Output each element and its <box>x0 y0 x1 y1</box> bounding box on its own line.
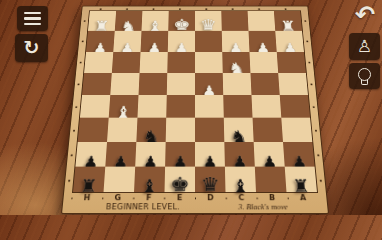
square-b2[interactable]: ♟ <box>249 31 277 52</box>
piece-set-button[interactable]: ♙ <box>349 33 380 60</box>
square-e8[interactable]: ♚ <box>165 166 195 192</box>
file-label-d: D <box>195 193 226 203</box>
board-squares: ♜♞♝♚♛♜♟♟♟♟♟♟♟♞♟♝♞♞♟♟♟♟♟♟♟♟♜♝♚♛♝♜ <box>72 10 318 193</box>
square-h7[interactable]: ♟ <box>75 142 107 167</box>
square-d7[interactable]: ♟ <box>195 142 225 167</box>
move-indicator: 3. Black's move <box>227 203 299 211</box>
pawn-outline-icon: ♙ <box>357 38 372 55</box>
black-king-e8: ♚ <box>170 175 190 195</box>
file-labels-row: HGFEDCBA <box>71 193 319 203</box>
file-label-g: G <box>102 193 133 203</box>
file-label-a: A <box>287 193 319 203</box>
square-e2[interactable]: ♟ <box>168 31 195 52</box>
square-d4[interactable]: ♟ <box>195 73 223 95</box>
square-h5[interactable] <box>80 95 110 118</box>
square-d8[interactable]: ♛ <box>195 166 225 192</box>
black-queen-d8: ♛ <box>200 175 220 195</box>
square-f5[interactable] <box>137 95 166 118</box>
status-strip: BEGINNER LEVEL. 3. Black's move <box>61 203 329 214</box>
square-b3[interactable] <box>249 52 278 73</box>
square-c3[interactable]: ♞ <box>222 52 250 73</box>
square-g6[interactable] <box>107 118 137 142</box>
board-3d-plane: ♜♞♝♚♛♜♟♟♟♟♟♟♟♞♟♝♞♞♟♟♟♟♟♟♟♟♜♝♚♛♝♜ HGFEDCB… <box>61 6 329 214</box>
square-g4[interactable] <box>110 73 139 95</box>
square-e5[interactable] <box>166 95 195 118</box>
square-f7[interactable]: ♟ <box>135 142 165 167</box>
square-h1[interactable]: ♜ <box>88 11 116 31</box>
square-e1[interactable]: ♚ <box>168 11 195 31</box>
square-b7[interactable]: ♟ <box>254 142 285 167</box>
file-label-f: F <box>133 193 164 203</box>
undo-move-button[interactable]: ↶ <box>348 1 382 28</box>
square-g8[interactable] <box>104 166 136 192</box>
square-h6[interactable] <box>78 118 109 142</box>
square-f6[interactable]: ♞ <box>136 118 166 142</box>
square-a4[interactable] <box>278 73 308 95</box>
file-label-h: H <box>71 193 103 203</box>
square-e4[interactable] <box>167 73 195 95</box>
square-g7[interactable]: ♟ <box>105 142 136 167</box>
square-e3[interactable] <box>167 52 195 73</box>
hint-button[interactable] <box>349 63 380 89</box>
square-g1[interactable]: ♞ <box>115 11 143 31</box>
square-f4[interactable] <box>139 73 168 95</box>
square-d3[interactable] <box>195 52 223 73</box>
chess-app-screen: { "game": "chess", "app_context": "mobil… <box>0 0 382 215</box>
file-label-e: E <box>164 193 195 203</box>
square-h8[interactable]: ♜ <box>73 166 105 192</box>
rotate-icon: ↻ <box>24 38 40 57</box>
square-d1[interactable]: ♛ <box>195 11 222 31</box>
square-c4[interactable] <box>223 73 252 95</box>
square-d5[interactable] <box>195 95 224 118</box>
chess-board: ♜♞♝♚♛♜♟♟♟♟♟♟♟♞♟♝♞♞♟♟♟♟♟♟♟♟♜♝♚♛♝♜ HGFEDCB… <box>61 0 329 214</box>
level-label: BEGINNER LEVEL. <box>104 203 182 211</box>
square-b4[interactable] <box>250 73 279 95</box>
undo-arrow-icon: ↶ <box>355 3 375 27</box>
square-c7[interactable]: ♟ <box>224 142 254 167</box>
square-g3[interactable] <box>112 52 141 73</box>
square-g2[interactable]: ♟ <box>113 31 141 52</box>
square-g5[interactable]: ♝ <box>109 95 139 118</box>
square-d2[interactable] <box>195 31 222 52</box>
file-label-c: C <box>226 193 257 203</box>
square-e7[interactable]: ♟ <box>165 142 195 167</box>
square-b6[interactable] <box>253 118 283 142</box>
square-c6[interactable]: ♞ <box>224 118 254 142</box>
square-a3[interactable] <box>277 52 306 73</box>
square-f2[interactable]: ♟ <box>141 31 169 52</box>
file-label-b: B <box>257 193 288 203</box>
lightbulb-icon <box>358 68 371 81</box>
square-a6[interactable] <box>281 118 312 142</box>
square-h3[interactable] <box>84 52 113 73</box>
square-f8[interactable]: ♝ <box>134 166 165 192</box>
square-e6[interactable] <box>166 118 195 142</box>
square-c8[interactable]: ♝ <box>225 166 256 192</box>
square-b8[interactable] <box>255 166 287 192</box>
square-f1[interactable]: ♝ <box>141 11 168 31</box>
square-f3[interactable] <box>140 52 168 73</box>
menu-button[interactable] <box>17 6 48 31</box>
square-b5[interactable] <box>251 95 281 118</box>
square-a7[interactable]: ♟ <box>283 142 315 167</box>
square-a5[interactable] <box>280 95 310 118</box>
square-a8[interactable]: ♜ <box>285 166 317 192</box>
rotate-board-button[interactable]: ↻ <box>15 34 48 62</box>
square-a1[interactable]: ♜ <box>274 11 302 31</box>
square-c1[interactable] <box>221 11 248 31</box>
square-b1[interactable] <box>248 11 276 31</box>
square-c5[interactable] <box>223 95 252 118</box>
square-h2[interactable]: ♟ <box>86 31 115 52</box>
square-h4[interactable] <box>82 73 112 95</box>
hamburger-icon <box>24 12 41 15</box>
square-c2[interactable]: ♟ <box>222 31 250 52</box>
square-d6[interactable] <box>195 118 224 142</box>
square-a2[interactable]: ♟ <box>275 31 304 52</box>
